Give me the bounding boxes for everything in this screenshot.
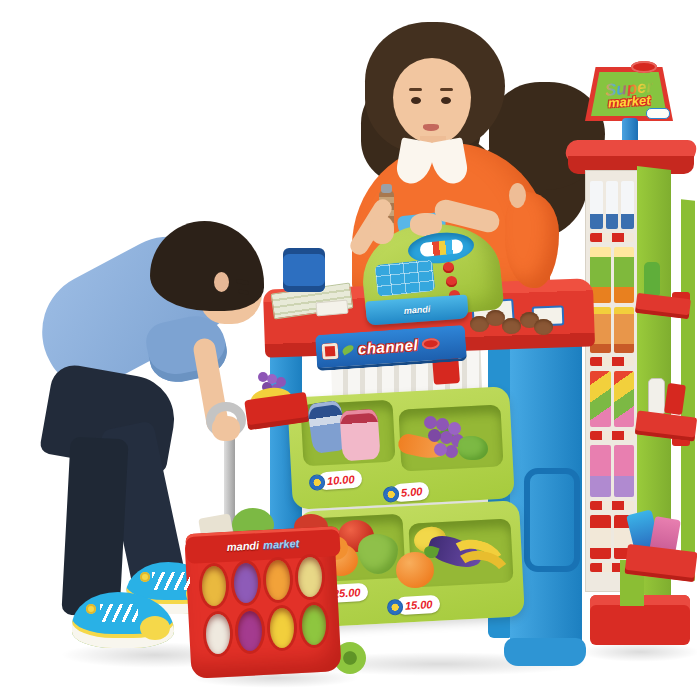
toy-receipt [315, 300, 348, 317]
stand-leg-cutout [524, 468, 580, 572]
stand-foot [504, 638, 586, 666]
sign-top-badge-icon [631, 61, 657, 73]
price-tag: 15.00 [396, 595, 440, 615]
shelf-label-strip [590, 501, 634, 510]
price-value: 5.00 [401, 485, 423, 498]
girl-shoulder-cutout [509, 183, 526, 208]
basket-hole [302, 605, 326, 645]
toy-green-bottle [644, 262, 660, 296]
toy-bottle-cap [381, 184, 392, 193]
drawer-brand-label: mandi [403, 304, 430, 316]
shoe-laces [100, 604, 138, 622]
product-cards-row-milk [590, 181, 634, 229]
toy-coin [534, 319, 553, 335]
girl-mouth [423, 124, 439, 131]
shoe-badge-icon [140, 572, 150, 582]
basket-hole [206, 614, 230, 654]
toy-white-bottle [648, 378, 665, 416]
boy-hair [150, 221, 264, 311]
basket-brand: market [263, 537, 300, 551]
register-keypad [374, 259, 435, 297]
boy-ear [214, 272, 229, 292]
sign-title-market: market [607, 94, 650, 109]
shelf-label-strip [590, 233, 634, 242]
shelf-label-strip [590, 357, 634, 366]
scene: Super market [0, 0, 697, 695]
toy-grapes [258, 372, 268, 382]
basket-hole [202, 566, 226, 606]
toy-coin [502, 318, 521, 334]
boy-hand [212, 416, 240, 441]
girl-eyebrow [440, 88, 453, 91]
girl-hand [370, 216, 394, 244]
toy-green-vegetable [458, 436, 488, 460]
leaf-icon [341, 344, 355, 356]
girl-eyebrow [409, 88, 422, 91]
register-button [446, 276, 457, 287]
banner-oval-badge-icon [422, 338, 441, 350]
girl-eye [411, 97, 421, 104]
price-value: 15.00 [405, 598, 433, 611]
product-cards-row-snacks [590, 371, 634, 427]
price-tag: 5.00 [391, 482, 430, 503]
basket-hole [266, 560, 290, 600]
register-button [443, 262, 454, 273]
toy-grapes [424, 416, 437, 429]
price-tag: 10.00 [317, 470, 362, 491]
shoe-badge-icon [86, 604, 96, 614]
shoe-laces [152, 572, 190, 590]
tower-shadow [580, 642, 697, 662]
basket-hole [238, 611, 262, 651]
banner-logo-icon [322, 342, 339, 359]
toy-can-pink [339, 409, 380, 462]
product-cards-row-juice [590, 247, 634, 303]
basket-hole [298, 557, 322, 597]
toy-card-reader [283, 254, 325, 292]
sign-sub-badge-icon [646, 108, 670, 119]
price-value: 10.00 [327, 473, 355, 487]
girl-eye [441, 97, 451, 104]
shelf-label-strip [590, 431, 634, 440]
basket-brand: mandi [226, 539, 259, 553]
product-cards-row-tubes [590, 307, 634, 353]
basket-hole [270, 608, 294, 648]
banner-label: channel [357, 336, 418, 357]
basket-hole [234, 563, 258, 603]
product-cards-row-pink [590, 445, 634, 497]
boy-leg [61, 437, 128, 618]
